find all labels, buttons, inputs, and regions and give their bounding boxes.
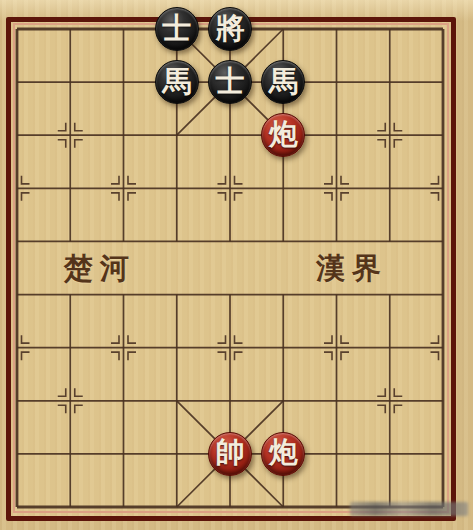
piece-glyph: 士 [162,14,191,43]
river-label-chu-he: 楚河 [64,254,136,283]
piece-red-general[interactable]: 帥 [208,432,252,476]
piece-red-cannon[interactable]: 炮 [261,432,305,476]
piece-glyph: 炮 [269,438,298,467]
piece-black-advisor[interactable]: 士 [155,7,199,51]
piece-glyph: 帥 [216,438,245,467]
piece-glyph: 馬 [162,67,191,96]
piece-black-advisor[interactable]: 士 [208,60,252,104]
piece-black-horse[interactable]: 馬 [155,60,199,104]
river-label-han-jie: 漢界 [316,254,388,283]
piece-black-general[interactable]: 將 [208,7,252,51]
xiangqi-board-screen: 楚河 漢界 士將馬士馬炮帥炮 [0,0,473,530]
piece-glyph: 馬 [269,67,298,96]
piece-glyph: 士 [216,67,245,96]
watermark [350,502,468,516]
piece-glyph: 將 [216,14,245,43]
piece-glyph: 炮 [269,120,298,149]
